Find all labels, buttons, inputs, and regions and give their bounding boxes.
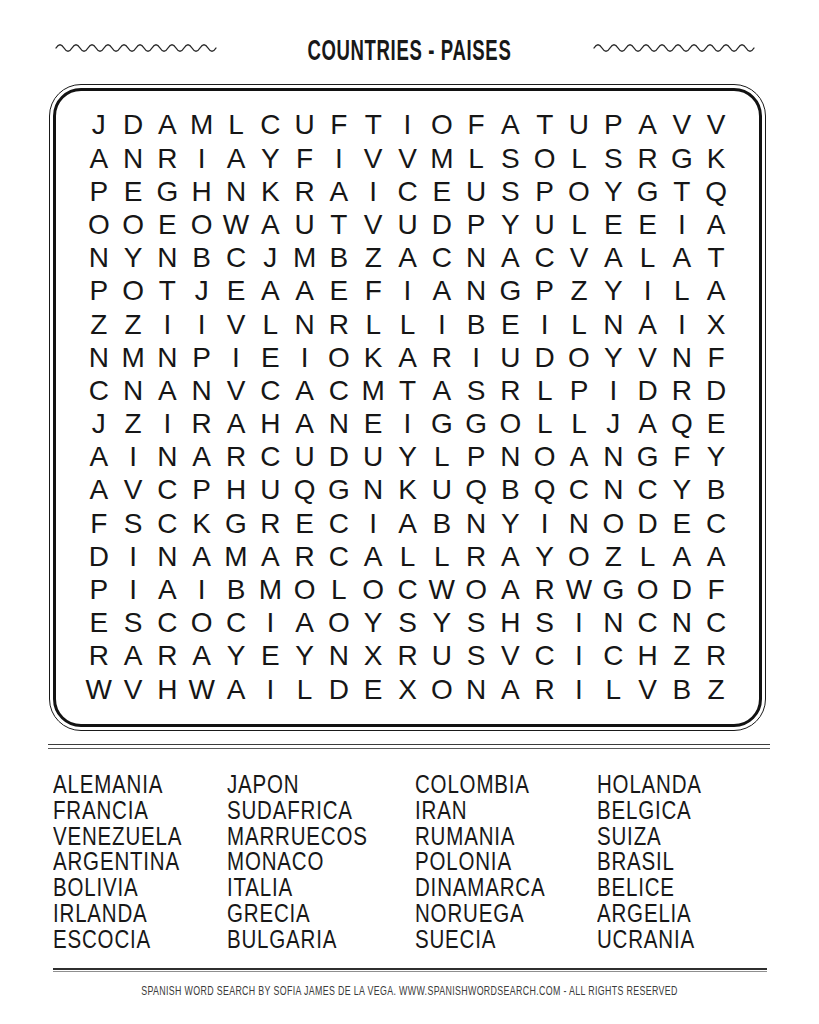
grid-cell[interactable]: A <box>150 374 184 407</box>
grid-cell[interactable]: A <box>82 441 116 474</box>
grid-cell[interactable]: L <box>459 142 493 175</box>
grid-cell[interactable]: E <box>322 275 356 308</box>
grid-cell[interactable]: G <box>493 275 527 308</box>
grid-cell[interactable]: O <box>185 607 219 640</box>
grid-cell[interactable]: A <box>630 109 664 142</box>
grid-cell[interactable]: Z <box>562 275 596 308</box>
grid-cell[interactable]: I <box>596 374 630 407</box>
grid-cell[interactable]: Y <box>253 142 287 175</box>
grid-cell[interactable]: R <box>630 142 664 175</box>
grid-cell[interactable]: I <box>665 308 699 341</box>
grid-cell[interactable]: N <box>185 374 219 407</box>
grid-cell[interactable]: S <box>493 175 527 208</box>
grid-cell[interactable]: L <box>356 308 390 341</box>
grid-cell[interactable]: S <box>596 142 630 175</box>
grid-cell[interactable]: A <box>493 573 527 606</box>
grid-cell[interactable]: O <box>596 507 630 540</box>
grid-cell[interactable]: I <box>116 573 150 606</box>
grid-cell[interactable]: E <box>699 408 733 441</box>
grid-cell[interactable]: E <box>596 208 630 241</box>
grid-cell[interactable]: C <box>562 474 596 507</box>
grid-cell[interactable]: D <box>322 673 356 706</box>
grid-cell[interactable]: A <box>185 640 219 673</box>
grid-cell[interactable]: M <box>425 142 459 175</box>
grid-cell[interactable]: Y <box>219 640 253 673</box>
grid-cell[interactable]: V <box>116 474 150 507</box>
grid-cell[interactable]: Z <box>596 540 630 573</box>
grid-cell[interactable]: A <box>287 275 321 308</box>
grid-cell[interactable]: A <box>185 540 219 573</box>
grid-cell[interactable]: W <box>562 573 596 606</box>
grid-cell[interactable]: N <box>116 142 150 175</box>
grid-cell[interactable]: Z <box>116 408 150 441</box>
grid-cell[interactable]: W <box>425 573 459 606</box>
grid-cell[interactable]: C <box>322 374 356 407</box>
grid-cell[interactable]: M <box>116 341 150 374</box>
grid-cell[interactable]: C <box>82 374 116 407</box>
grid-cell[interactable]: L <box>562 142 596 175</box>
grid-cell[interactable]: A <box>253 275 287 308</box>
grid-cell[interactable]: A <box>253 208 287 241</box>
grid-cell[interactable]: W <box>82 673 116 706</box>
grid-cell[interactable]: Y <box>356 607 390 640</box>
grid-cell[interactable]: I <box>630 275 664 308</box>
grid-cell[interactable]: I <box>459 341 493 374</box>
grid-cell[interactable]: O <box>459 573 493 606</box>
grid-cell[interactable]: E <box>665 507 699 540</box>
grid-cell[interactable]: I <box>356 175 390 208</box>
grid-cell[interactable]: N <box>493 441 527 474</box>
grid-cell[interactable]: R <box>150 142 184 175</box>
grid-cell[interactable]: M <box>287 242 321 275</box>
grid-cell[interactable]: L <box>528 374 562 407</box>
grid-cell[interactable]: Y <box>425 607 459 640</box>
grid-cell[interactable]: N <box>459 275 493 308</box>
grid-cell[interactable]: F <box>356 275 390 308</box>
grid-cell[interactable]: L <box>287 673 321 706</box>
grid-cell[interactable]: N <box>150 341 184 374</box>
grid-cell[interactable]: V <box>493 640 527 673</box>
grid-cell[interactable]: P <box>185 474 219 507</box>
grid-cell[interactable]: A <box>596 242 630 275</box>
grid-cell[interactable]: O <box>356 573 390 606</box>
grid-cell[interactable]: C <box>322 540 356 573</box>
grid-cell[interactable]: V <box>390 142 424 175</box>
grid-cell[interactable]: W <box>185 673 219 706</box>
grid-cell[interactable]: M <box>185 109 219 142</box>
grid-cell[interactable]: N <box>287 308 321 341</box>
grid-cell[interactable]: A <box>425 374 459 407</box>
grid-cell[interactable]: R <box>528 573 562 606</box>
grid-cell[interactable]: Z <box>699 673 733 706</box>
grid-cell[interactable]: G <box>630 441 664 474</box>
grid-cell[interactable]: R <box>390 640 424 673</box>
grid-cell[interactable]: E <box>82 607 116 640</box>
grid-cell[interactable]: B <box>219 573 253 606</box>
grid-cell[interactable]: R <box>287 540 321 573</box>
grid-cell[interactable]: G <box>459 408 493 441</box>
grid-cell[interactable]: L <box>596 673 630 706</box>
grid-cell[interactable]: Q <box>528 474 562 507</box>
grid-cell[interactable]: S <box>528 607 562 640</box>
grid-cell[interactable]: F <box>82 507 116 540</box>
grid-cell[interactable]: A <box>356 540 390 573</box>
grid-cell[interactable]: G <box>665 142 699 175</box>
grid-cell[interactable]: U <box>493 341 527 374</box>
grid-cell[interactable]: R <box>219 441 253 474</box>
grid-cell[interactable]: N <box>116 374 150 407</box>
grid-cell[interactable]: D <box>82 540 116 573</box>
grid-cell[interactable]: T <box>390 374 424 407</box>
grid-cell[interactable]: U <box>562 109 596 142</box>
grid-cell[interactable]: A <box>562 441 596 474</box>
grid-cell[interactable]: O <box>322 341 356 374</box>
grid-cell[interactable]: I <box>425 308 459 341</box>
grid-cell[interactable]: I <box>150 308 184 341</box>
grid-cell[interactable]: C <box>699 607 733 640</box>
grid-cell[interactable]: A <box>665 540 699 573</box>
grid-cell[interactable]: Y <box>287 640 321 673</box>
grid-cell[interactable]: I <box>150 408 184 441</box>
grid-cell[interactable]: R <box>699 640 733 673</box>
grid-cell[interactable]: G <box>322 474 356 507</box>
grid-cell[interactable]: G <box>425 408 459 441</box>
grid-cell[interactable]: R <box>665 374 699 407</box>
grid-cell[interactable]: F <box>287 142 321 175</box>
grid-cell[interactable]: V <box>665 109 699 142</box>
grid-cell[interactable]: J <box>253 242 287 275</box>
grid-cell[interactable]: R <box>82 640 116 673</box>
grid-cell[interactable]: S <box>459 374 493 407</box>
grid-cell[interactable]: O <box>528 142 562 175</box>
grid-cell[interactable]: N <box>150 441 184 474</box>
grid-cell[interactable]: J <box>596 408 630 441</box>
grid-cell[interactable]: C <box>425 242 459 275</box>
grid-cell[interactable]: D <box>528 341 562 374</box>
grid-cell[interactable]: C <box>219 242 253 275</box>
grid-cell[interactable]: V <box>219 308 253 341</box>
grid-cell[interactable]: L <box>322 573 356 606</box>
grid-cell[interactable]: G <box>596 573 630 606</box>
grid-cell[interactable]: L <box>425 441 459 474</box>
grid-cell[interactable]: V <box>699 109 733 142</box>
grid-cell[interactable]: C <box>596 640 630 673</box>
grid-cell[interactable]: A <box>493 673 527 706</box>
grid-cell[interactable]: I <box>219 341 253 374</box>
grid-cell[interactable]: Y <box>596 341 630 374</box>
grid-cell[interactable]: H <box>185 175 219 208</box>
grid-cell[interactable]: H <box>219 474 253 507</box>
grid-cell[interactable]: D <box>425 208 459 241</box>
grid-cell[interactable]: Z <box>82 308 116 341</box>
grid-cell[interactable]: Y <box>699 441 733 474</box>
grid-cell[interactable]: Y <box>596 175 630 208</box>
grid-cell[interactable]: D <box>630 374 664 407</box>
grid-cell[interactable]: V <box>116 673 150 706</box>
grid-cell[interactable]: O <box>425 673 459 706</box>
grid-cell[interactable]: P <box>528 175 562 208</box>
grid-cell[interactable]: O <box>562 175 596 208</box>
grid-cell[interactable]: O <box>528 441 562 474</box>
grid-cell[interactable]: L <box>630 540 664 573</box>
grid-cell[interactable]: N <box>665 607 699 640</box>
grid-cell[interactable]: N <box>562 507 596 540</box>
grid-cell[interactable]: G <box>150 175 184 208</box>
grid-cell[interactable]: A <box>219 673 253 706</box>
grid-cell[interactable]: B <box>699 474 733 507</box>
grid-cell[interactable]: I <box>185 142 219 175</box>
grid-cell[interactable]: A <box>630 408 664 441</box>
grid-cell[interactable]: C <box>322 507 356 540</box>
grid-cell[interactable]: U <box>528 208 562 241</box>
grid-cell[interactable]: G <box>219 507 253 540</box>
grid-cell[interactable]: O <box>287 573 321 606</box>
grid-cell[interactable]: U <box>425 474 459 507</box>
grid-cell[interactable]: G <box>630 175 664 208</box>
grid-cell[interactable]: Q <box>665 408 699 441</box>
grid-cell[interactable]: I <box>528 507 562 540</box>
grid-cell[interactable]: P <box>459 208 493 241</box>
grid-cell[interactable]: C <box>219 607 253 640</box>
grid-cell[interactable]: N <box>82 341 116 374</box>
grid-cell[interactable]: F <box>322 109 356 142</box>
grid-cell[interactable]: P <box>82 175 116 208</box>
grid-cell[interactable]: R <box>253 507 287 540</box>
grid-cell[interactable]: A <box>253 540 287 573</box>
grid-cell[interactable]: O <box>82 208 116 241</box>
grid-cell[interactable]: K <box>390 474 424 507</box>
grid-cell[interactable]: I <box>562 640 596 673</box>
grid-cell[interactable]: D <box>665 573 699 606</box>
grid-cell[interactable]: C <box>528 640 562 673</box>
grid-cell[interactable]: D <box>630 507 664 540</box>
grid-cell[interactable]: C <box>699 507 733 540</box>
grid-cell[interactable]: E <box>356 673 390 706</box>
grid-cell[interactable]: A <box>116 640 150 673</box>
grid-cell[interactable]: I <box>116 540 150 573</box>
grid-cell[interactable]: S <box>459 607 493 640</box>
grid-cell[interactable]: E <box>116 175 150 208</box>
grid-cell[interactable]: N <box>219 175 253 208</box>
grid-cell[interactable]: Q <box>287 474 321 507</box>
grid-cell[interactable]: A <box>425 275 459 308</box>
grid-cell[interactable]: I <box>528 308 562 341</box>
grid-cell[interactable]: U <box>425 640 459 673</box>
grid-cell[interactable]: C <box>528 242 562 275</box>
grid-cell[interactable]: O <box>322 607 356 640</box>
grid-cell[interactable]: I <box>116 441 150 474</box>
grid-cell[interactable]: Z <box>356 242 390 275</box>
grid-cell[interactable]: I <box>390 275 424 308</box>
grid-cell[interactable]: W <box>219 208 253 241</box>
grid-cell[interactable]: K <box>356 341 390 374</box>
grid-cell[interactable]: Y <box>596 275 630 308</box>
grid-cell[interactable]: L <box>528 408 562 441</box>
grid-cell[interactable]: A <box>493 540 527 573</box>
grid-cell[interactable]: C <box>150 507 184 540</box>
grid-cell[interactable]: V <box>356 208 390 241</box>
grid-cell[interactable]: C <box>630 607 664 640</box>
grid-cell[interactable]: Y <box>493 507 527 540</box>
grid-cell[interactable]: D <box>322 441 356 474</box>
grid-cell[interactable]: Q <box>699 175 733 208</box>
grid-cell[interactable]: A <box>390 507 424 540</box>
grid-cell[interactable]: Y <box>528 540 562 573</box>
grid-cell[interactable]: C <box>253 441 287 474</box>
grid-cell[interactable]: A <box>287 408 321 441</box>
grid-cell[interactable]: L <box>562 308 596 341</box>
grid-cell[interactable]: F <box>459 109 493 142</box>
grid-cell[interactable]: L <box>630 242 664 275</box>
grid-cell[interactable]: R <box>287 175 321 208</box>
grid-cell[interactable]: I <box>562 673 596 706</box>
grid-cell[interactable]: A <box>390 242 424 275</box>
grid-cell[interactable]: P <box>185 341 219 374</box>
grid-cell[interactable]: U <box>356 441 390 474</box>
grid-cell[interactable]: Y <box>493 208 527 241</box>
grid-cell[interactable]: N <box>459 507 493 540</box>
grid-cell[interactable]: Y <box>116 242 150 275</box>
grid-cell[interactable]: N <box>596 474 630 507</box>
grid-cell[interactable]: E <box>425 175 459 208</box>
grid-cell[interactable]: N <box>459 242 493 275</box>
grid-cell[interactable]: Q <box>459 474 493 507</box>
grid-cell[interactable]: J <box>82 109 116 142</box>
grid-cell[interactable]: O <box>116 208 150 241</box>
grid-cell[interactable]: O <box>493 408 527 441</box>
grid-cell[interactable]: T <box>528 109 562 142</box>
grid-cell[interactable]: V <box>630 341 664 374</box>
grid-cell[interactable]: R <box>493 374 527 407</box>
grid-cell[interactable]: H <box>253 408 287 441</box>
grid-cell[interactable]: A <box>219 142 253 175</box>
grid-cell[interactable]: E <box>253 341 287 374</box>
grid-cell[interactable]: V <box>630 673 664 706</box>
grid-cell[interactable]: X <box>390 673 424 706</box>
grid-cell[interactable]: U <box>287 109 321 142</box>
grid-cell[interactable]: B <box>425 507 459 540</box>
grid-cell[interactable]: I <box>185 308 219 341</box>
grid-cell[interactable]: T <box>699 242 733 275</box>
grid-cell[interactable]: R <box>185 408 219 441</box>
grid-cell[interactable]: B <box>493 474 527 507</box>
grid-cell[interactable]: L <box>390 308 424 341</box>
grid-cell[interactable]: N <box>150 242 184 275</box>
grid-cell[interactable]: E <box>630 208 664 241</box>
grid-cell[interactable]: A <box>390 341 424 374</box>
grid-cell[interactable]: H <box>630 640 664 673</box>
grid-cell[interactable]: N <box>82 242 116 275</box>
grid-cell[interactable]: B <box>459 308 493 341</box>
grid-cell[interactable]: N <box>150 540 184 573</box>
grid-cell[interactable]: E <box>150 208 184 241</box>
grid-cell[interactable]: A <box>699 540 733 573</box>
grid-cell[interactable]: B <box>665 673 699 706</box>
grid-cell[interactable]: O <box>562 540 596 573</box>
grid-cell[interactable]: C <box>253 374 287 407</box>
grid-cell[interactable]: I <box>390 109 424 142</box>
grid-cell[interactable]: L <box>562 208 596 241</box>
grid-cell[interactable]: C <box>630 474 664 507</box>
grid-cell[interactable]: T <box>150 275 184 308</box>
grid-cell[interactable]: K <box>253 175 287 208</box>
grid-cell[interactable]: A <box>287 607 321 640</box>
grid-cell[interactable]: Y <box>665 474 699 507</box>
grid-cell[interactable]: K <box>699 142 733 175</box>
grid-cell[interactable]: N <box>322 640 356 673</box>
grid-cell[interactable]: A <box>665 242 699 275</box>
grid-cell[interactable]: A <box>322 175 356 208</box>
grid-cell[interactable]: E <box>253 640 287 673</box>
grid-cell[interactable]: M <box>219 540 253 573</box>
grid-cell[interactable]: E <box>219 275 253 308</box>
grid-cell[interactable]: I <box>253 607 287 640</box>
grid-cell[interactable]: L <box>219 109 253 142</box>
grid-cell[interactable]: R <box>425 341 459 374</box>
grid-cell[interactable]: I <box>185 573 219 606</box>
grid-cell[interactable]: P <box>562 374 596 407</box>
grid-cell[interactable]: M <box>253 573 287 606</box>
grid-cell[interactable]: O <box>630 573 664 606</box>
grid-cell[interactable]: T <box>322 208 356 241</box>
grid-cell[interactable]: Z <box>665 640 699 673</box>
grid-cell[interactable]: C <box>253 109 287 142</box>
grid-cell[interactable]: Z <box>116 308 150 341</box>
grid-cell[interactable]: N <box>596 308 630 341</box>
grid-cell[interactable]: D <box>116 109 150 142</box>
grid-cell[interactable]: V <box>562 242 596 275</box>
grid-cell[interactable]: A <box>82 474 116 507</box>
grid-cell[interactable]: S <box>493 142 527 175</box>
grid-cell[interactable]: L <box>425 540 459 573</box>
grid-cell[interactable]: A <box>150 573 184 606</box>
grid-cell[interactable]: A <box>493 109 527 142</box>
grid-cell[interactable]: N <box>322 408 356 441</box>
grid-cell[interactable]: D <box>699 374 733 407</box>
grid-cell[interactable]: X <box>699 308 733 341</box>
grid-cell[interactable]: C <box>390 573 424 606</box>
grid-cell[interactable]: E <box>493 308 527 341</box>
grid-cell[interactable]: O <box>562 341 596 374</box>
grid-cell[interactable]: I <box>562 607 596 640</box>
grid-cell[interactable]: O <box>425 109 459 142</box>
grid-cell[interactable]: O <box>185 208 219 241</box>
grid-cell[interactable]: S <box>390 607 424 640</box>
grid-cell[interactable]: A <box>185 441 219 474</box>
grid-cell[interactable]: N <box>356 474 390 507</box>
grid-cell[interactable]: C <box>150 474 184 507</box>
grid-cell[interactable]: B <box>185 242 219 275</box>
grid-cell[interactable]: I <box>322 142 356 175</box>
grid-cell[interactable]: C <box>150 607 184 640</box>
grid-cell[interactable]: R <box>322 308 356 341</box>
grid-cell[interactable]: C <box>390 175 424 208</box>
grid-cell[interactable]: J <box>82 408 116 441</box>
grid-cell[interactable]: P <box>459 441 493 474</box>
grid-cell[interactable]: A <box>699 275 733 308</box>
grid-cell[interactable]: A <box>630 308 664 341</box>
grid-cell[interactable]: E <box>287 507 321 540</box>
grid-cell[interactable]: I <box>356 507 390 540</box>
grid-cell[interactable]: P <box>596 109 630 142</box>
grid-cell[interactable]: I <box>253 673 287 706</box>
grid-cell[interactable]: K <box>185 507 219 540</box>
grid-cell[interactable]: U <box>287 441 321 474</box>
grid-cell[interactable]: A <box>699 208 733 241</box>
grid-cell[interactable]: L <box>253 308 287 341</box>
grid-cell[interactable]: R <box>459 540 493 573</box>
grid-cell[interactable]: I <box>665 208 699 241</box>
